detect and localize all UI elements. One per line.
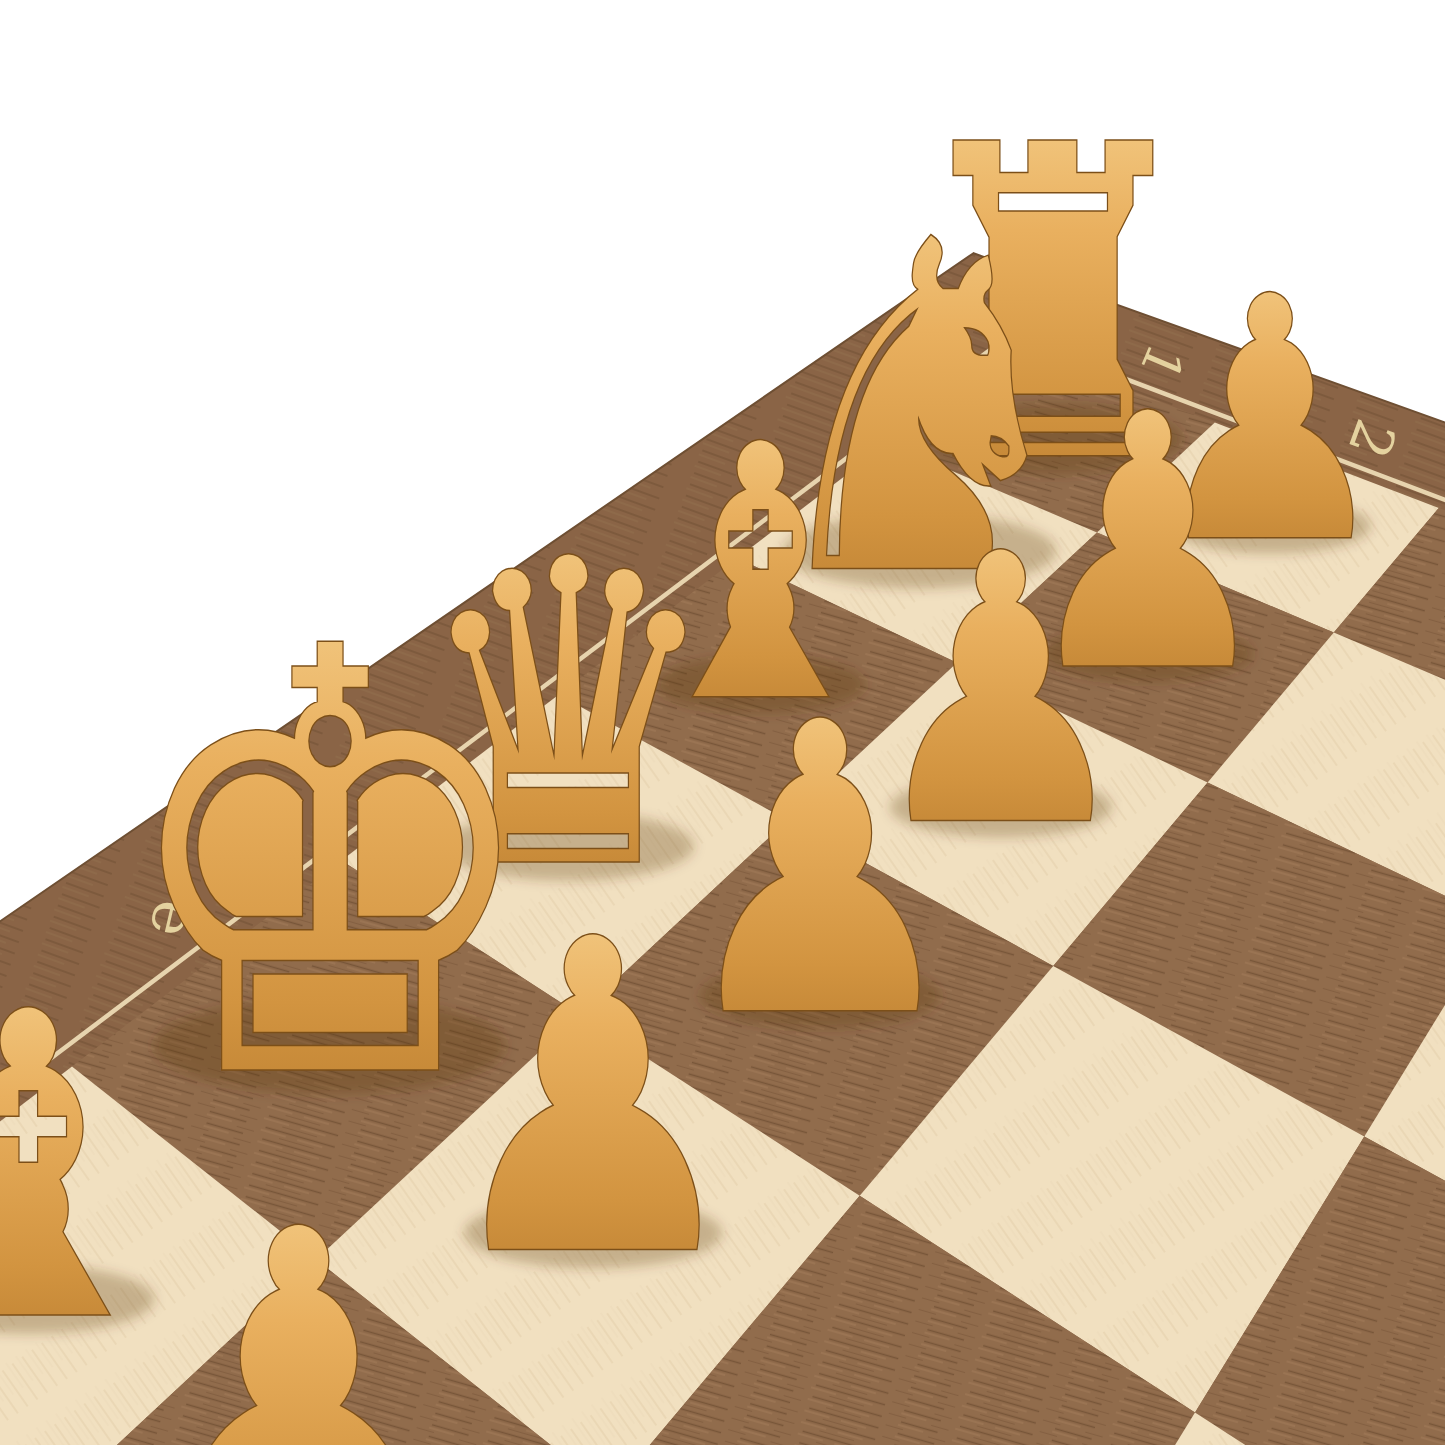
board-scene: 12e♜♟♞♟♝♟♛♟♚♟♝♟	[0, 0, 1445, 1445]
piece-white-pawn-f2[interactable]: ♟	[131, 1135, 465, 1445]
chessboard-photo: 12e♜♟♞♟♝♟♛♟♚♟♝♟	[0, 0, 1445, 1445]
piece-white-pawn-e2[interactable]: ♟	[435, 849, 751, 1350]
